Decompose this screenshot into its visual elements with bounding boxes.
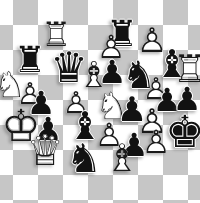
- piece-black-knight[interactable]: ♞: [66, 138, 102, 178]
- king-glyph: ♚: [165, 110, 200, 154]
- chessboard[interactable]: ♜♖♜♟♙♟♙♜♛♟♞♝♜♖♝♗♞♘♟♙♟♙♟♟♟♟♙♞♘♟♚♔♟♝♟♙♚♟♙♛…: [0, 0, 200, 203]
- pawn-glyph-outline: ♙: [142, 126, 171, 158]
- bishop-glyph-outline: ♗: [105, 139, 139, 177]
- piece-white-queen[interactable]: ♛♕: [26, 130, 64, 172]
- piece-white-pawn[interactable]: ♟♙: [142, 126, 171, 158]
- knight-glyph: ♞: [66, 138, 102, 178]
- piece-white-bishop[interactable]: ♝♗: [105, 139, 139, 177]
- queen-glyph-outline: ♕: [26, 130, 64, 172]
- piece-black-king[interactable]: ♚: [165, 110, 200, 154]
